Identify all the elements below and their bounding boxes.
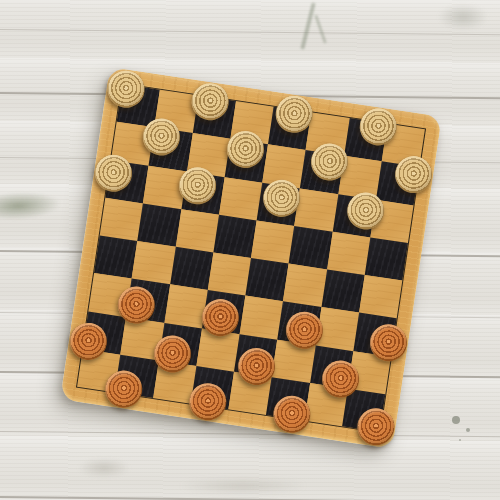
light-piece-r3c5[interactable]	[260, 177, 302, 219]
orange-piece-r6c6[interactable]	[284, 310, 326, 352]
plank-seam	[0, 29, 500, 35]
light-piece-r1c7[interactable]	[357, 105, 399, 147]
orange-piece-r7c1[interactable]	[67, 320, 109, 362]
stain-mark	[452, 416, 460, 424]
light-piece-r2c8[interactable]	[393, 154, 435, 196]
checkers-board	[60, 67, 442, 449]
stain-mark	[314, 14, 327, 43]
photo-scene	[0, 0, 500, 500]
stain-mark	[0, 190, 61, 221]
plank-seam	[0, 431, 500, 437]
light-piece-r3c7[interactable]	[345, 190, 387, 232]
pieces-layer	[77, 84, 425, 432]
orange-piece-r6c8[interactable]	[368, 322, 410, 364]
plank-seam	[0, 496, 500, 500]
light-piece-r3c1[interactable]	[92, 152, 134, 194]
stain-mark	[78, 458, 130, 478]
light-piece-r3c3[interactable]	[176, 164, 218, 206]
light-piece-r2c6[interactable]	[309, 141, 351, 183]
light-piece-r2c4[interactable]	[225, 129, 267, 171]
light-piece-r1c5[interactable]	[273, 93, 315, 135]
orange-piece-r6c2[interactable]	[115, 284, 157, 326]
orange-piece-r8c6[interactable]	[271, 394, 313, 436]
stain-mark	[178, 478, 308, 494]
orange-piece-r8c2[interactable]	[103, 369, 145, 411]
orange-piece-r7c3[interactable]	[151, 333, 193, 375]
orange-piece-r7c7[interactable]	[319, 358, 361, 400]
stain-mark	[300, 2, 315, 50]
orange-piece-r6c4[interactable]	[199, 297, 241, 339]
light-piece-r1c3[interactable]	[189, 80, 231, 122]
light-piece-r1c1[interactable]	[105, 68, 147, 110]
orange-piece-r7c5[interactable]	[235, 345, 277, 387]
light-piece-r2c2[interactable]	[140, 116, 182, 158]
stain-mark	[438, 4, 488, 30]
orange-piece-r8c4[interactable]	[187, 381, 229, 423]
